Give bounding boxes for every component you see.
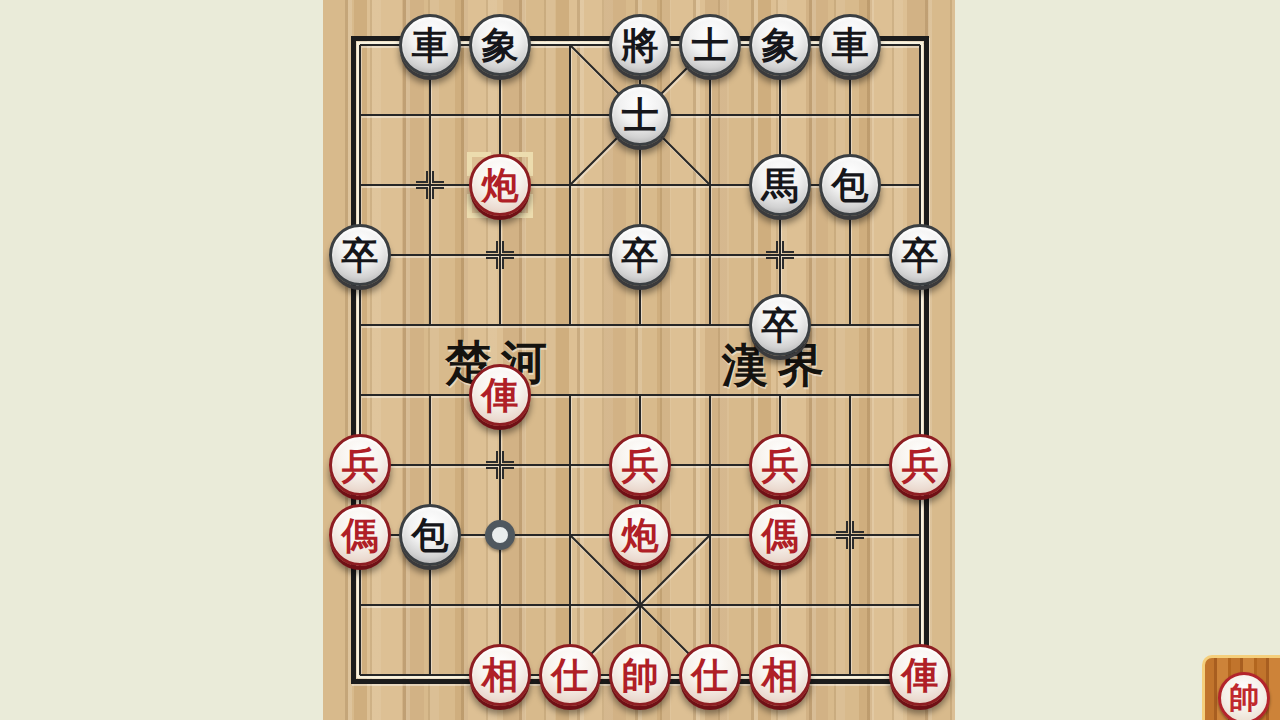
- xiangqi-board[interactable]: 楚河 漢界 車象將士象車士炮馬包卒卒卒卒俥兵兵兵兵傌包炮傌相仕帥仕相俥: [323, 0, 955, 720]
- piece-red-chariot[interactable]: 俥: [469, 364, 531, 426]
- piece-red-soldier[interactable]: 兵: [749, 434, 811, 496]
- piece-glyph: 將: [622, 27, 659, 64]
- piece-black-general[interactable]: 將: [609, 14, 671, 76]
- piece-glyph: 仕: [552, 657, 589, 694]
- piece-glyph: 包: [412, 517, 449, 554]
- piece-glyph: 炮: [622, 517, 659, 554]
- piece-glyph: 卒: [902, 237, 939, 274]
- piece-glyph: 炮: [482, 167, 519, 204]
- piece-glyph: 仕: [692, 657, 729, 694]
- piece-black-soldier[interactable]: 卒: [749, 294, 811, 356]
- piece-red-cannon[interactable]: 炮: [609, 504, 671, 566]
- piece-glyph: 俥: [902, 657, 939, 694]
- piece-red-advisor[interactable]: 仕: [679, 644, 741, 706]
- piece-red-cannon[interactable]: 炮: [469, 154, 531, 216]
- piece-red-soldier[interactable]: 兵: [889, 434, 951, 496]
- piece-black-chariot[interactable]: 車: [399, 14, 461, 76]
- piece-glyph: 兵: [762, 447, 799, 484]
- piece-black-cannon[interactable]: 包: [399, 504, 461, 566]
- piece-red-soldier[interactable]: 兵: [329, 434, 391, 496]
- point-marker: [765, 240, 795, 270]
- piece-glyph: 兵: [622, 447, 659, 484]
- piece-glyph: 帥: [622, 657, 659, 694]
- piece-glyph: 馬: [762, 167, 799, 204]
- piece-glyph: 卒: [342, 237, 379, 274]
- piece-red-advisor[interactable]: 仕: [539, 644, 601, 706]
- piece-red-horse[interactable]: 傌: [329, 504, 391, 566]
- piece-red-general[interactable]: 帥: [609, 644, 671, 706]
- piece-black-advisor[interactable]: 士: [679, 14, 741, 76]
- piece-black-soldier[interactable]: 卒: [889, 224, 951, 286]
- piece-glyph: 卒: [762, 307, 799, 344]
- piece-black-cannon[interactable]: 包: [819, 154, 881, 216]
- piece-glyph: 士: [622, 97, 659, 134]
- piece-glyph: 相: [762, 657, 799, 694]
- piece-glyph: 車: [412, 27, 449, 64]
- point-marker: [485, 450, 515, 480]
- app-canvas: 楚河 漢界 車象將士象車士炮馬包卒卒卒卒俥兵兵兵兵傌包炮傌相仕帥仕相俥 帥: [0, 0, 1280, 720]
- piece-glyph: 象: [482, 27, 519, 64]
- piece-red-elephant[interactable]: 相: [749, 644, 811, 706]
- piece-glyph: 傌: [762, 517, 799, 554]
- piece-glyph: 俥: [482, 377, 519, 414]
- point-marker: [415, 170, 445, 200]
- point-marker: [835, 520, 865, 550]
- piece-red-horse[interactable]: 傌: [749, 504, 811, 566]
- point-marker: [485, 240, 515, 270]
- piece-glyph: 象: [762, 27, 799, 64]
- piece-glyph: 車: [832, 27, 869, 64]
- piece-glyph: 相: [482, 657, 519, 694]
- piece-black-chariot[interactable]: 車: [819, 14, 881, 76]
- piece-black-advisor[interactable]: 士: [609, 84, 671, 146]
- watermark-label: 帥: [1229, 683, 1259, 713]
- piece-red-soldier[interactable]: 兵: [609, 434, 671, 496]
- piece-red-elephant[interactable]: 相: [469, 644, 531, 706]
- watermark-tile: 帥: [1202, 655, 1280, 720]
- board-grid[interactable]: 車象將士象車士炮馬包卒卒卒卒俥兵兵兵兵傌包炮傌相仕帥仕相俥: [325, 10, 955, 710]
- piece-glyph: 士: [692, 27, 729, 64]
- piece-glyph: 傌: [342, 517, 379, 554]
- watermark-general-piece: 帥: [1218, 672, 1270, 720]
- move-origin-dot: [485, 520, 515, 550]
- piece-glyph: 包: [832, 167, 869, 204]
- piece-black-soldier[interactable]: 卒: [609, 224, 671, 286]
- piece-black-horse[interactable]: 馬: [749, 154, 811, 216]
- piece-glyph: 兵: [342, 447, 379, 484]
- piece-red-chariot[interactable]: 俥: [889, 644, 951, 706]
- piece-black-elephant[interactable]: 象: [469, 14, 531, 76]
- piece-black-elephant[interactable]: 象: [749, 14, 811, 76]
- piece-glyph: 卒: [622, 237, 659, 274]
- piece-glyph: 兵: [902, 447, 939, 484]
- piece-black-soldier[interactable]: 卒: [329, 224, 391, 286]
